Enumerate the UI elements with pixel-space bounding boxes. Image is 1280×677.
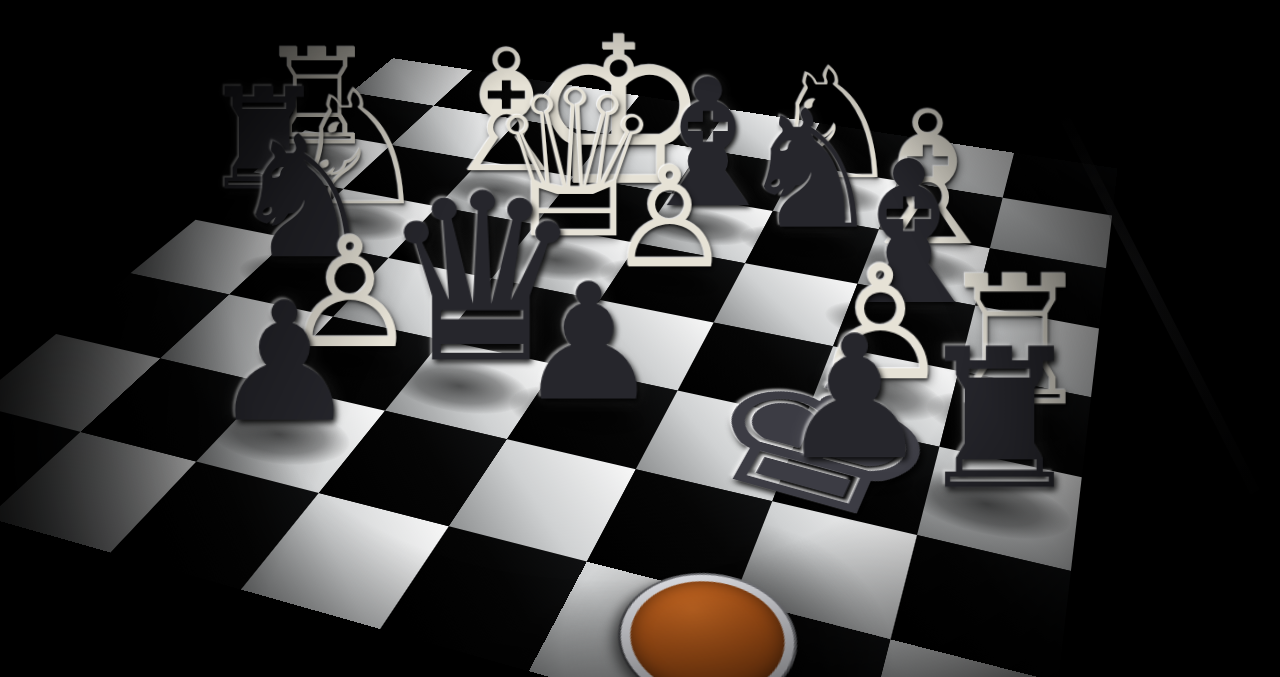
piece-black-pawn-c2: ♟ [192, 280, 378, 445]
chess-board: ♘♖♗♔♝♞♗♜♘♕♙♝♞♙♖♙♛♟♟♜♟♚ [0, 58, 1118, 677]
chess-scene: ♘♖♗♔♝♞♗♜♘♕♙♝♞♙♖♙♛♟♟♜♟♚ [0, 0, 1280, 677]
piece-black-rook-h3: ♜ [901, 323, 1099, 516]
square-h3: ♜ [917, 447, 1082, 571]
piece-black-pawn-e3: ♟ [498, 262, 680, 423]
square-e1 [380, 526, 587, 671]
